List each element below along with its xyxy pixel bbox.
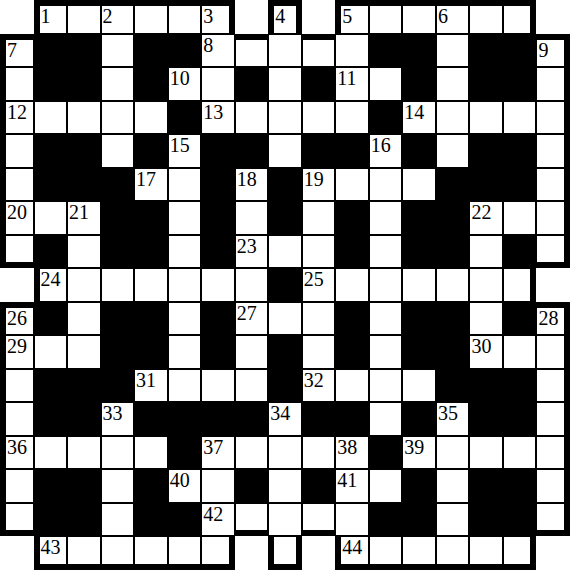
cell-r2c16[interactable]: [536, 67, 570, 101]
cell-r13c14[interactable]: [469, 436, 503, 470]
black-cell-r12c5: [168, 402, 202, 436]
cell-r13c10[interactable]: 38: [335, 436, 369, 470]
cell-r3c6[interactable]: 13: [201, 101, 235, 135]
black-cell-r15c1: [34, 503, 68, 537]
cell-r16c15[interactable]: [503, 536, 537, 570]
cell-r1c0[interactable]: 7: [0, 34, 34, 68]
cell-r10c5[interactable]: [168, 335, 202, 369]
cell-r15c7[interactable]: [235, 503, 269, 537]
cell-r13c9[interactable]: [302, 436, 336, 470]
cell-r7c9[interactable]: [302, 235, 336, 269]
cell-r2c10[interactable]: 11: [335, 67, 369, 101]
cell-r12c13[interactable]: 35: [436, 402, 470, 436]
cell-r5c9[interactable]: 19: [302, 168, 336, 202]
cell-r7c0[interactable]: [0, 235, 34, 269]
clue-number-23: 23: [237, 235, 257, 257]
cell-r12c16[interactable]: [536, 402, 570, 436]
black-cell-r5c1: [34, 168, 68, 202]
clue-number-24: 24: [41, 268, 61, 290]
black-cell-r12c2: [67, 402, 101, 436]
cell-r2c0[interactable]: [0, 67, 34, 101]
outside-area-r0c9: [302, 0, 336, 34]
cell-r11c16[interactable]: [536, 369, 570, 403]
cell-r13c2[interactable]: [67, 436, 101, 470]
cell-r5c16[interactable]: [536, 168, 570, 202]
cell-r16c3[interactable]: [101, 536, 135, 570]
cell-r8c12[interactable]: [402, 268, 436, 302]
cell-r2c8[interactable]: [268, 67, 302, 101]
cell-r11c5[interactable]: [168, 369, 202, 403]
black-cell-r11c13: [436, 369, 470, 403]
black-cell-r12c10: [335, 402, 369, 436]
clue-number-33: 33: [103, 402, 123, 424]
outside-area-r0c0: [0, 0, 34, 34]
cell-r2c13[interactable]: [436, 67, 470, 101]
black-cell-r15c11: [369, 503, 403, 537]
cell-r14c10[interactable]: 41: [335, 469, 369, 503]
black-cell-r6c13: [436, 201, 470, 235]
clue-number-27: 27: [237, 302, 257, 324]
cell-r1c16[interactable]: 9: [536, 34, 570, 68]
cell-r16c4[interactable]: [134, 536, 168, 570]
clue-number-19: 19: [304, 168, 324, 190]
cell-r3c10[interactable]: [335, 101, 369, 135]
black-cell-r11c3: [101, 369, 135, 403]
clue-number-44: 44: [342, 536, 362, 558]
cell-r16c12[interactable]: [402, 536, 436, 570]
cell-r10c9[interactable]: [302, 335, 336, 369]
outside-area-r16c9: [302, 536, 336, 570]
cell-r6c5[interactable]: [168, 201, 202, 235]
cell-r0c1[interactable]: 1: [34, 0, 68, 34]
cell-r3c4[interactable]: [134, 101, 168, 135]
cell-r7c2[interactable]: [67, 235, 101, 269]
black-cell-r1c2: [67, 34, 101, 68]
black-cell-r7c12: [402, 235, 436, 269]
cell-r3c3[interactable]: [101, 101, 135, 135]
black-cell-r1c12: [402, 34, 436, 68]
black-cell-r7c1: [34, 235, 68, 269]
cell-r10c14[interactable]: 30: [469, 335, 503, 369]
cell-r0c6[interactable]: 3: [201, 0, 235, 34]
black-cell-r9c6: [201, 302, 235, 336]
black-cell-r14c7: [235, 469, 269, 503]
clue-number-8: 8: [203, 34, 213, 56]
cell-r15c10[interactable]: [335, 503, 369, 537]
clue-number-14: 14: [404, 101, 424, 123]
cell-r11c10[interactable]: [335, 369, 369, 403]
cell-r10c15[interactable]: [503, 335, 537, 369]
black-cell-r11c8: [268, 369, 302, 403]
cell-r5c4[interactable]: 17: [134, 168, 168, 202]
clue-number-36: 36: [7, 436, 27, 458]
cell-r0c3[interactable]: 2: [101, 0, 135, 34]
cell-r11c7[interactable]: [235, 369, 269, 403]
cell-r15c13[interactable]: [436, 503, 470, 537]
black-cell-r1c15: [503, 34, 537, 68]
black-cell-r14c9: [302, 469, 336, 503]
cell-r4c8[interactable]: [268, 134, 302, 168]
cell-r13c8[interactable]: [268, 436, 302, 470]
cell-r10c11[interactable]: [369, 335, 403, 369]
cell-r10c16[interactable]: [536, 335, 570, 369]
black-cell-r7c4: [134, 235, 168, 269]
cell-r3c16[interactable]: [536, 101, 570, 135]
black-cell-r14c14: [469, 469, 503, 503]
cell-r15c9[interactable]: [302, 503, 336, 537]
cell-r11c11[interactable]: [369, 369, 403, 403]
cell-r15c6[interactable]: 42: [201, 503, 235, 537]
cell-r10c7[interactable]: [235, 335, 269, 369]
cell-r8c6[interactable]: [201, 268, 235, 302]
outside-area-r8c16: [536, 268, 570, 302]
black-cell-r2c9: [302, 67, 336, 101]
cell-r11c4[interactable]: 31: [134, 369, 168, 403]
cell-r9c11[interactable]: [369, 302, 403, 336]
cell-r8c10[interactable]: [335, 268, 369, 302]
clue-number-17: 17: [136, 168, 156, 190]
cell-r6c16[interactable]: [536, 201, 570, 235]
cell-r6c9[interactable]: [302, 201, 336, 235]
cell-r6c2[interactable]: 21: [67, 201, 101, 235]
black-cell-r5c6: [201, 168, 235, 202]
cell-r5c10[interactable]: [335, 168, 369, 202]
cell-r13c13[interactable]: [436, 436, 470, 470]
black-cell-r6c3: [101, 201, 135, 235]
outside-area-r0c16: [536, 0, 570, 34]
cell-r0c11[interactable]: [369, 0, 403, 34]
clue-number-38: 38: [337, 436, 357, 458]
black-cell-r12c4: [134, 402, 168, 436]
cell-r14c11[interactable]: [369, 469, 403, 503]
black-cell-r7c13: [436, 235, 470, 269]
cell-r8c2[interactable]: [67, 268, 101, 302]
cell-r6c15[interactable]: [503, 201, 537, 235]
cell-r14c8[interactable]: [268, 469, 302, 503]
cell-r14c0[interactable]: [0, 469, 34, 503]
cell-r8c13[interactable]: [436, 268, 470, 302]
clue-number-40: 40: [170, 469, 190, 491]
cell-r8c4[interactable]: [134, 268, 168, 302]
cell-r0c14[interactable]: [469, 0, 503, 34]
cell-r2c6[interactable]: [201, 67, 235, 101]
clue-number-5: 5: [342, 5, 352, 27]
cell-r9c8[interactable]: [268, 302, 302, 336]
cell-r1c7[interactable]: [235, 34, 269, 68]
cell-r4c5[interactable]: 15: [168, 134, 202, 168]
cell-r4c16[interactable]: [536, 134, 570, 168]
cell-r6c14[interactable]: 22: [469, 201, 503, 235]
black-cell-r9c1: [34, 302, 68, 336]
cell-r16c8[interactable]: [268, 536, 302, 570]
black-cell-r4c10: [335, 134, 369, 168]
black-cell-r6c12: [402, 201, 436, 235]
cell-r15c16[interactable]: [536, 503, 570, 537]
clue-number-32: 32: [304, 369, 324, 391]
black-cell-r5c14: [469, 168, 503, 202]
cell-r14c3[interactable]: [101, 469, 135, 503]
clue-number-34: 34: [270, 402, 290, 424]
black-cell-r6c6: [201, 201, 235, 235]
clue-number-15: 15: [170, 134, 190, 156]
clue-number-30: 30: [471, 335, 491, 357]
black-cell-r10c10: [335, 335, 369, 369]
cell-r1c13[interactable]: [436, 34, 470, 68]
black-cell-r10c4: [134, 335, 168, 369]
cell-r5c0[interactable]: [0, 168, 34, 202]
black-cell-r5c15: [503, 168, 537, 202]
cell-r9c16[interactable]: 28: [536, 302, 570, 336]
cell-r0c13[interactable]: 6: [436, 0, 470, 34]
clue-number-29: 29: [7, 335, 27, 357]
clue-number-1: 1: [41, 5, 51, 27]
cell-r9c9[interactable]: [302, 302, 336, 336]
cell-r1c8[interactable]: [268, 34, 302, 68]
clue-number-26: 26: [7, 307, 27, 329]
black-cell-r1c11: [369, 34, 403, 68]
cell-r13c12[interactable]: 39: [402, 436, 436, 470]
clue-number-43: 43: [41, 536, 61, 558]
black-cell-r2c7: [235, 67, 269, 101]
cell-r9c14[interactable]: [469, 302, 503, 336]
cell-r8c5[interactable]: [168, 268, 202, 302]
black-cell-r12c15: [503, 402, 537, 436]
cell-r3c9[interactable]: [302, 101, 336, 135]
outside-area-r16c0: [0, 536, 34, 570]
outside-area-r8c0: [0, 268, 34, 302]
cell-r11c12[interactable]: [402, 369, 436, 403]
cell-r12c11[interactable]: [369, 402, 403, 436]
cell-r8c1[interactable]: 24: [34, 268, 68, 302]
black-cell-r13c11: [369, 436, 403, 470]
cell-r14c13[interactable]: [436, 469, 470, 503]
cell-r14c6[interactable]: [201, 469, 235, 503]
cell-r4c0[interactable]: [0, 134, 34, 168]
cell-r13c3[interactable]: [101, 436, 135, 470]
cell-r3c15[interactable]: [503, 101, 537, 135]
cell-r4c11[interactable]: 16: [369, 134, 403, 168]
cell-r13c1[interactable]: [34, 436, 68, 470]
cell-r11c0[interactable]: [0, 369, 34, 403]
cell-r7c8[interactable]: [268, 235, 302, 269]
black-cell-r10c6: [201, 335, 235, 369]
black-cell-r9c15: [503, 302, 537, 336]
black-cell-r12c1: [34, 402, 68, 436]
black-cell-r8c8: [268, 268, 302, 302]
clue-number-6: 6: [438, 5, 448, 27]
black-cell-r4c12: [402, 134, 436, 168]
black-cell-r5c13: [436, 168, 470, 202]
cell-r3c14[interactable]: [469, 101, 503, 135]
cell-r1c3[interactable]: [101, 34, 135, 68]
cell-r16c10[interactable]: 44: [335, 536, 369, 570]
cell-r8c7[interactable]: [235, 268, 269, 302]
cell-r5c12[interactable]: [402, 168, 436, 202]
cell-r2c5[interactable]: 10: [168, 67, 202, 101]
cell-r16c5[interactable]: [168, 536, 202, 570]
cell-r6c7[interactable]: [235, 201, 269, 235]
cell-r13c4[interactable]: [134, 436, 168, 470]
clue-number-41: 41: [337, 469, 357, 491]
cell-r15c8[interactable]: [268, 503, 302, 537]
black-cell-r11c1: [34, 369, 68, 403]
black-cell-r10c12: [402, 335, 436, 369]
cell-r16c13[interactable]: [436, 536, 470, 570]
black-cell-r6c4: [134, 201, 168, 235]
cell-r0c5[interactable]: [168, 0, 202, 34]
cell-r7c7[interactable]: 23: [235, 235, 269, 269]
cell-r1c6[interactable]: 8: [201, 34, 235, 68]
cell-r9c0[interactable]: 26: [0, 302, 34, 336]
cell-r3c8[interactable]: [268, 101, 302, 135]
cell-r16c14[interactable]: [469, 536, 503, 570]
cell-r13c16[interactable]: [536, 436, 570, 470]
cell-r13c0[interactable]: 36: [0, 436, 34, 470]
cell-r7c5[interactable]: [168, 235, 202, 269]
black-cell-r10c3: [101, 335, 135, 369]
cell-r11c6[interactable]: [201, 369, 235, 403]
black-cell-r14c1: [34, 469, 68, 503]
cell-r1c9[interactable]: [302, 34, 336, 68]
black-cell-r2c14: [469, 67, 503, 101]
cell-r5c5[interactable]: [168, 168, 202, 202]
cell-r5c11[interactable]: [369, 168, 403, 202]
black-cell-r9c4: [134, 302, 168, 336]
black-cell-r4c2: [67, 134, 101, 168]
black-cell-r1c5: [168, 34, 202, 68]
black-cell-r15c12: [402, 503, 436, 537]
outside-area-r16c16: [536, 536, 570, 570]
cell-r0c10[interactable]: 5: [335, 0, 369, 34]
cell-r15c0[interactable]: [0, 503, 34, 537]
clue-number-18: 18: [237, 168, 257, 190]
black-cell-r13c5: [168, 436, 202, 470]
clue-number-13: 13: [203, 101, 223, 123]
cell-r4c3[interactable]: [101, 134, 135, 168]
cell-r5c7[interactable]: 18: [235, 168, 269, 202]
cell-r7c14[interactable]: [469, 235, 503, 269]
cell-r12c0[interactable]: [0, 402, 34, 436]
black-cell-r12c6: [201, 402, 235, 436]
black-cell-r11c14: [469, 369, 503, 403]
black-cell-r11c15: [503, 369, 537, 403]
cell-r7c11[interactable]: [369, 235, 403, 269]
clue-number-31: 31: [136, 369, 156, 391]
cell-r10c0[interactable]: 29: [0, 335, 34, 369]
cell-r6c0[interactable]: 20: [0, 201, 34, 235]
black-cell-r10c8: [268, 335, 302, 369]
black-cell-r11c2: [67, 369, 101, 403]
black-cell-r5c8: [268, 168, 302, 202]
black-cell-r15c2: [67, 503, 101, 537]
cell-r11c9[interactable]: 32: [302, 369, 336, 403]
clue-number-37: 37: [203, 436, 223, 458]
black-cell-r9c3: [101, 302, 135, 336]
cell-r8c15[interactable]: [503, 268, 537, 302]
cell-r13c7[interactable]: [235, 436, 269, 470]
black-cell-r2c15: [503, 67, 537, 101]
black-cell-r15c5: [168, 503, 202, 537]
cell-r16c11[interactable]: [369, 536, 403, 570]
cell-r16c2[interactable]: [67, 536, 101, 570]
cell-r10c2[interactable]: [67, 335, 101, 369]
cell-r10c1[interactable]: [34, 335, 68, 369]
cell-r9c5[interactable]: [168, 302, 202, 336]
cell-r15c3[interactable]: [101, 503, 135, 537]
black-cell-r7c3: [101, 235, 135, 269]
cell-r6c1[interactable]: [34, 201, 68, 235]
cell-r7c16[interactable]: [536, 235, 570, 269]
cell-r0c4[interactable]: [134, 0, 168, 34]
clue-number-25: 25: [304, 268, 324, 290]
cell-r8c14[interactable]: [469, 268, 503, 302]
cell-r3c7[interactable]: [235, 101, 269, 135]
clue-number-35: 35: [438, 402, 458, 424]
cell-r8c9[interactable]: 25: [302, 268, 336, 302]
cell-r8c11[interactable]: [369, 268, 403, 302]
clue-number-4: 4: [275, 5, 285, 27]
cell-r3c1[interactable]: [34, 101, 68, 135]
outside-area-r0c7: [235, 0, 269, 34]
cell-r0c8[interactable]: 4: [268, 0, 302, 34]
black-cell-r2c2: [67, 67, 101, 101]
cell-r3c12[interactable]: 14: [402, 101, 436, 135]
cell-r16c1[interactable]: 43: [34, 536, 68, 570]
black-cell-r9c12: [402, 302, 436, 336]
cell-r2c3[interactable]: [101, 67, 135, 101]
clue-number-42: 42: [203, 503, 223, 525]
clue-number-11: 11: [337, 67, 356, 89]
cell-r8c3[interactable]: [101, 268, 135, 302]
clue-number-9: 9: [538, 39, 548, 61]
clue-number-39: 39: [404, 436, 424, 458]
cell-r13c15[interactable]: [503, 436, 537, 470]
cell-r9c2[interactable]: [67, 302, 101, 336]
cell-r9c7[interactable]: 27: [235, 302, 269, 336]
black-cell-r12c9: [302, 402, 336, 436]
cell-r4c13[interactable]: [436, 134, 470, 168]
cell-r3c0[interactable]: 12: [0, 101, 34, 135]
cell-r0c12[interactable]: [402, 0, 436, 34]
cell-r12c3[interactable]: 33: [101, 402, 135, 436]
cell-r16c6[interactable]: [201, 536, 235, 570]
black-cell-r3c5: [168, 101, 202, 135]
black-cell-r6c8: [268, 201, 302, 235]
cell-r1c10[interactable]: [335, 34, 369, 68]
black-cell-r2c12: [402, 67, 436, 101]
cell-r12c8[interactable]: 34: [268, 402, 302, 436]
clue-number-12: 12: [7, 101, 27, 123]
black-cell-r14c4: [134, 469, 168, 503]
cell-r14c5[interactable]: 40: [168, 469, 202, 503]
clue-number-28: 28: [538, 307, 558, 329]
cell-r2c11[interactable]: [369, 67, 403, 101]
cell-r3c13[interactable]: [436, 101, 470, 135]
cell-r6c11[interactable]: [369, 201, 403, 235]
cell-r13c6[interactable]: 37: [201, 436, 235, 470]
black-cell-r12c14: [469, 402, 503, 436]
black-cell-r1c1: [34, 34, 68, 68]
cell-r3c2[interactable]: [67, 101, 101, 135]
outside-area-r16c7: [235, 536, 269, 570]
cell-r14c16[interactable]: [536, 469, 570, 503]
black-cell-r4c14: [469, 134, 503, 168]
cell-r0c15[interactable]: [503, 0, 537, 34]
cell-r0c2[interactable]: [67, 0, 101, 34]
crossword-grid: 1234567891011121314151617181920212223242…: [0, 0, 570, 570]
clue-number-2: 2: [103, 5, 113, 27]
clue-number-21: 21: [69, 201, 89, 223]
